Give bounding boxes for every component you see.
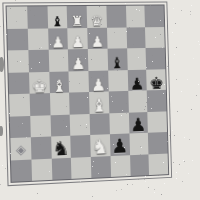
white-bishop[interactable]: ♝ bbox=[51, 78, 66, 93]
square-b6[interactable] bbox=[28, 50, 49, 72]
black-pawn[interactable]: ♟ bbox=[130, 117, 146, 133]
photo-artifact-smudge bbox=[0, 126, 3, 136]
square-a5[interactable] bbox=[8, 72, 29, 94]
square-f4[interactable] bbox=[109, 91, 129, 113]
square-g7[interactable] bbox=[126, 27, 146, 49]
square-h5[interactable]: ♚ bbox=[146, 69, 166, 91]
square-c7[interactable]: ♟ bbox=[48, 28, 69, 50]
diamond-ornament: ◈ bbox=[15, 142, 26, 156]
square-h4[interactable] bbox=[147, 90, 167, 112]
white-bishop[interactable]: ♝ bbox=[91, 98, 107, 113]
square-c2[interactable]: ♞ bbox=[51, 136, 71, 158]
white-knight[interactable]: ♞ bbox=[91, 139, 109, 156]
white-king[interactable]: ♚ bbox=[31, 79, 47, 94]
square-a1[interactable] bbox=[11, 159, 32, 182]
square-a2[interactable]: ◈ bbox=[10, 137, 31, 160]
white-pawn[interactable]: ♟ bbox=[71, 57, 86, 71]
square-c4[interactable] bbox=[49, 93, 69, 115]
square-f3[interactable] bbox=[109, 112, 129, 134]
white-pawn[interactable]: ♟ bbox=[51, 37, 65, 50]
square-a6[interactable] bbox=[8, 50, 29, 72]
square-g2[interactable] bbox=[129, 133, 149, 155]
square-e1[interactable] bbox=[91, 156, 111, 178]
square-a4[interactable] bbox=[9, 94, 30, 116]
square-d4[interactable] bbox=[69, 92, 89, 114]
square-d3[interactable] bbox=[70, 113, 90, 135]
square-c8[interactable]: ♝ bbox=[47, 6, 68, 28]
square-g8[interactable] bbox=[125, 6, 145, 27]
square-e7[interactable]: ♟ bbox=[87, 27, 107, 49]
square-a7[interactable] bbox=[7, 28, 28, 50]
photo-artifact-smudge bbox=[0, 57, 4, 72]
board-tilt-wrapper: ♝♜♛♟♟♟♟♝♚♝♟♟♚♝♟◈♞♞♟ bbox=[6, 4, 170, 182]
square-c1[interactable] bbox=[51, 157, 71, 180]
square-d1[interactable] bbox=[71, 156, 91, 178]
black-knight[interactable]: ♞ bbox=[52, 141, 70, 158]
square-g4[interactable] bbox=[128, 90, 148, 112]
square-g3[interactable]: ♟ bbox=[128, 112, 148, 134]
square-b4[interactable] bbox=[29, 93, 50, 115]
square-h7[interactable] bbox=[145, 27, 165, 48]
square-d7[interactable]: ♟ bbox=[68, 27, 88, 49]
square-h2[interactable] bbox=[148, 132, 168, 154]
white-rook[interactable]: ♜ bbox=[71, 16, 84, 28]
square-d2[interactable] bbox=[71, 135, 91, 157]
square-e4[interactable]: ♝ bbox=[89, 91, 109, 113]
square-f1[interactable] bbox=[110, 155, 130, 177]
square-e6[interactable] bbox=[88, 49, 108, 71]
square-c3[interactable] bbox=[50, 114, 70, 136]
square-b1[interactable] bbox=[31, 158, 52, 181]
square-b8[interactable] bbox=[27, 6, 48, 28]
square-h8[interactable] bbox=[145, 5, 165, 26]
square-b3[interactable] bbox=[30, 115, 51, 137]
square-d5[interactable] bbox=[69, 71, 89, 93]
square-e3[interactable] bbox=[90, 113, 110, 135]
square-b2[interactable] bbox=[31, 137, 52, 160]
black-pawn[interactable]: ♟ bbox=[130, 76, 145, 90]
square-g1[interactable] bbox=[130, 154, 150, 176]
square-g5[interactable]: ♟ bbox=[127, 69, 147, 91]
black-king[interactable]: ♚ bbox=[149, 76, 164, 90]
square-a3[interactable] bbox=[10, 115, 31, 138]
square-d6[interactable]: ♟ bbox=[68, 49, 88, 71]
square-e2[interactable]: ♞ bbox=[90, 134, 110, 156]
square-e8[interactable]: ♛ bbox=[87, 6, 107, 28]
square-c5[interactable]: ♝ bbox=[49, 71, 69, 93]
square-h6[interactable] bbox=[146, 48, 166, 70]
square-g6[interactable] bbox=[127, 48, 147, 70]
square-c6[interactable] bbox=[48, 49, 68, 71]
square-e5[interactable]: ♟ bbox=[88, 70, 108, 92]
square-f5[interactable] bbox=[108, 70, 128, 92]
white-pawn[interactable]: ♟ bbox=[71, 36, 85, 49]
black-bishop[interactable]: ♝ bbox=[51, 16, 64, 28]
square-b5[interactable]: ♚ bbox=[29, 71, 50, 93]
black-pawn[interactable]: ♟ bbox=[111, 138, 128, 155]
square-f8[interactable] bbox=[106, 6, 126, 28]
square-d8[interactable]: ♜ bbox=[67, 6, 87, 28]
square-a8[interactable] bbox=[7, 6, 28, 28]
white-pawn[interactable]: ♟ bbox=[91, 36, 105, 49]
board-grid: ♝♜♛♟♟♟♟♝♚♝♟♟♚♝♟◈♞♞♟ bbox=[6, 4, 170, 182]
square-f6[interactable]: ♝ bbox=[107, 48, 127, 70]
square-h3[interactable] bbox=[148, 111, 168, 133]
square-f7[interactable] bbox=[107, 27, 127, 49]
black-bishop[interactable]: ♝ bbox=[110, 56, 124, 70]
square-h1[interactable] bbox=[149, 153, 169, 175]
white-pawn[interactable]: ♟ bbox=[91, 77, 106, 92]
square-b7[interactable] bbox=[28, 28, 49, 50]
white-queen[interactable]: ♛ bbox=[90, 15, 103, 27]
square-f2[interactable]: ♟ bbox=[110, 133, 130, 155]
chessboard-photo: ♝♜♛♟♟♟♟♝♚♝♟♟♚♝♟◈♞♞♟ bbox=[0, 0, 200, 200]
